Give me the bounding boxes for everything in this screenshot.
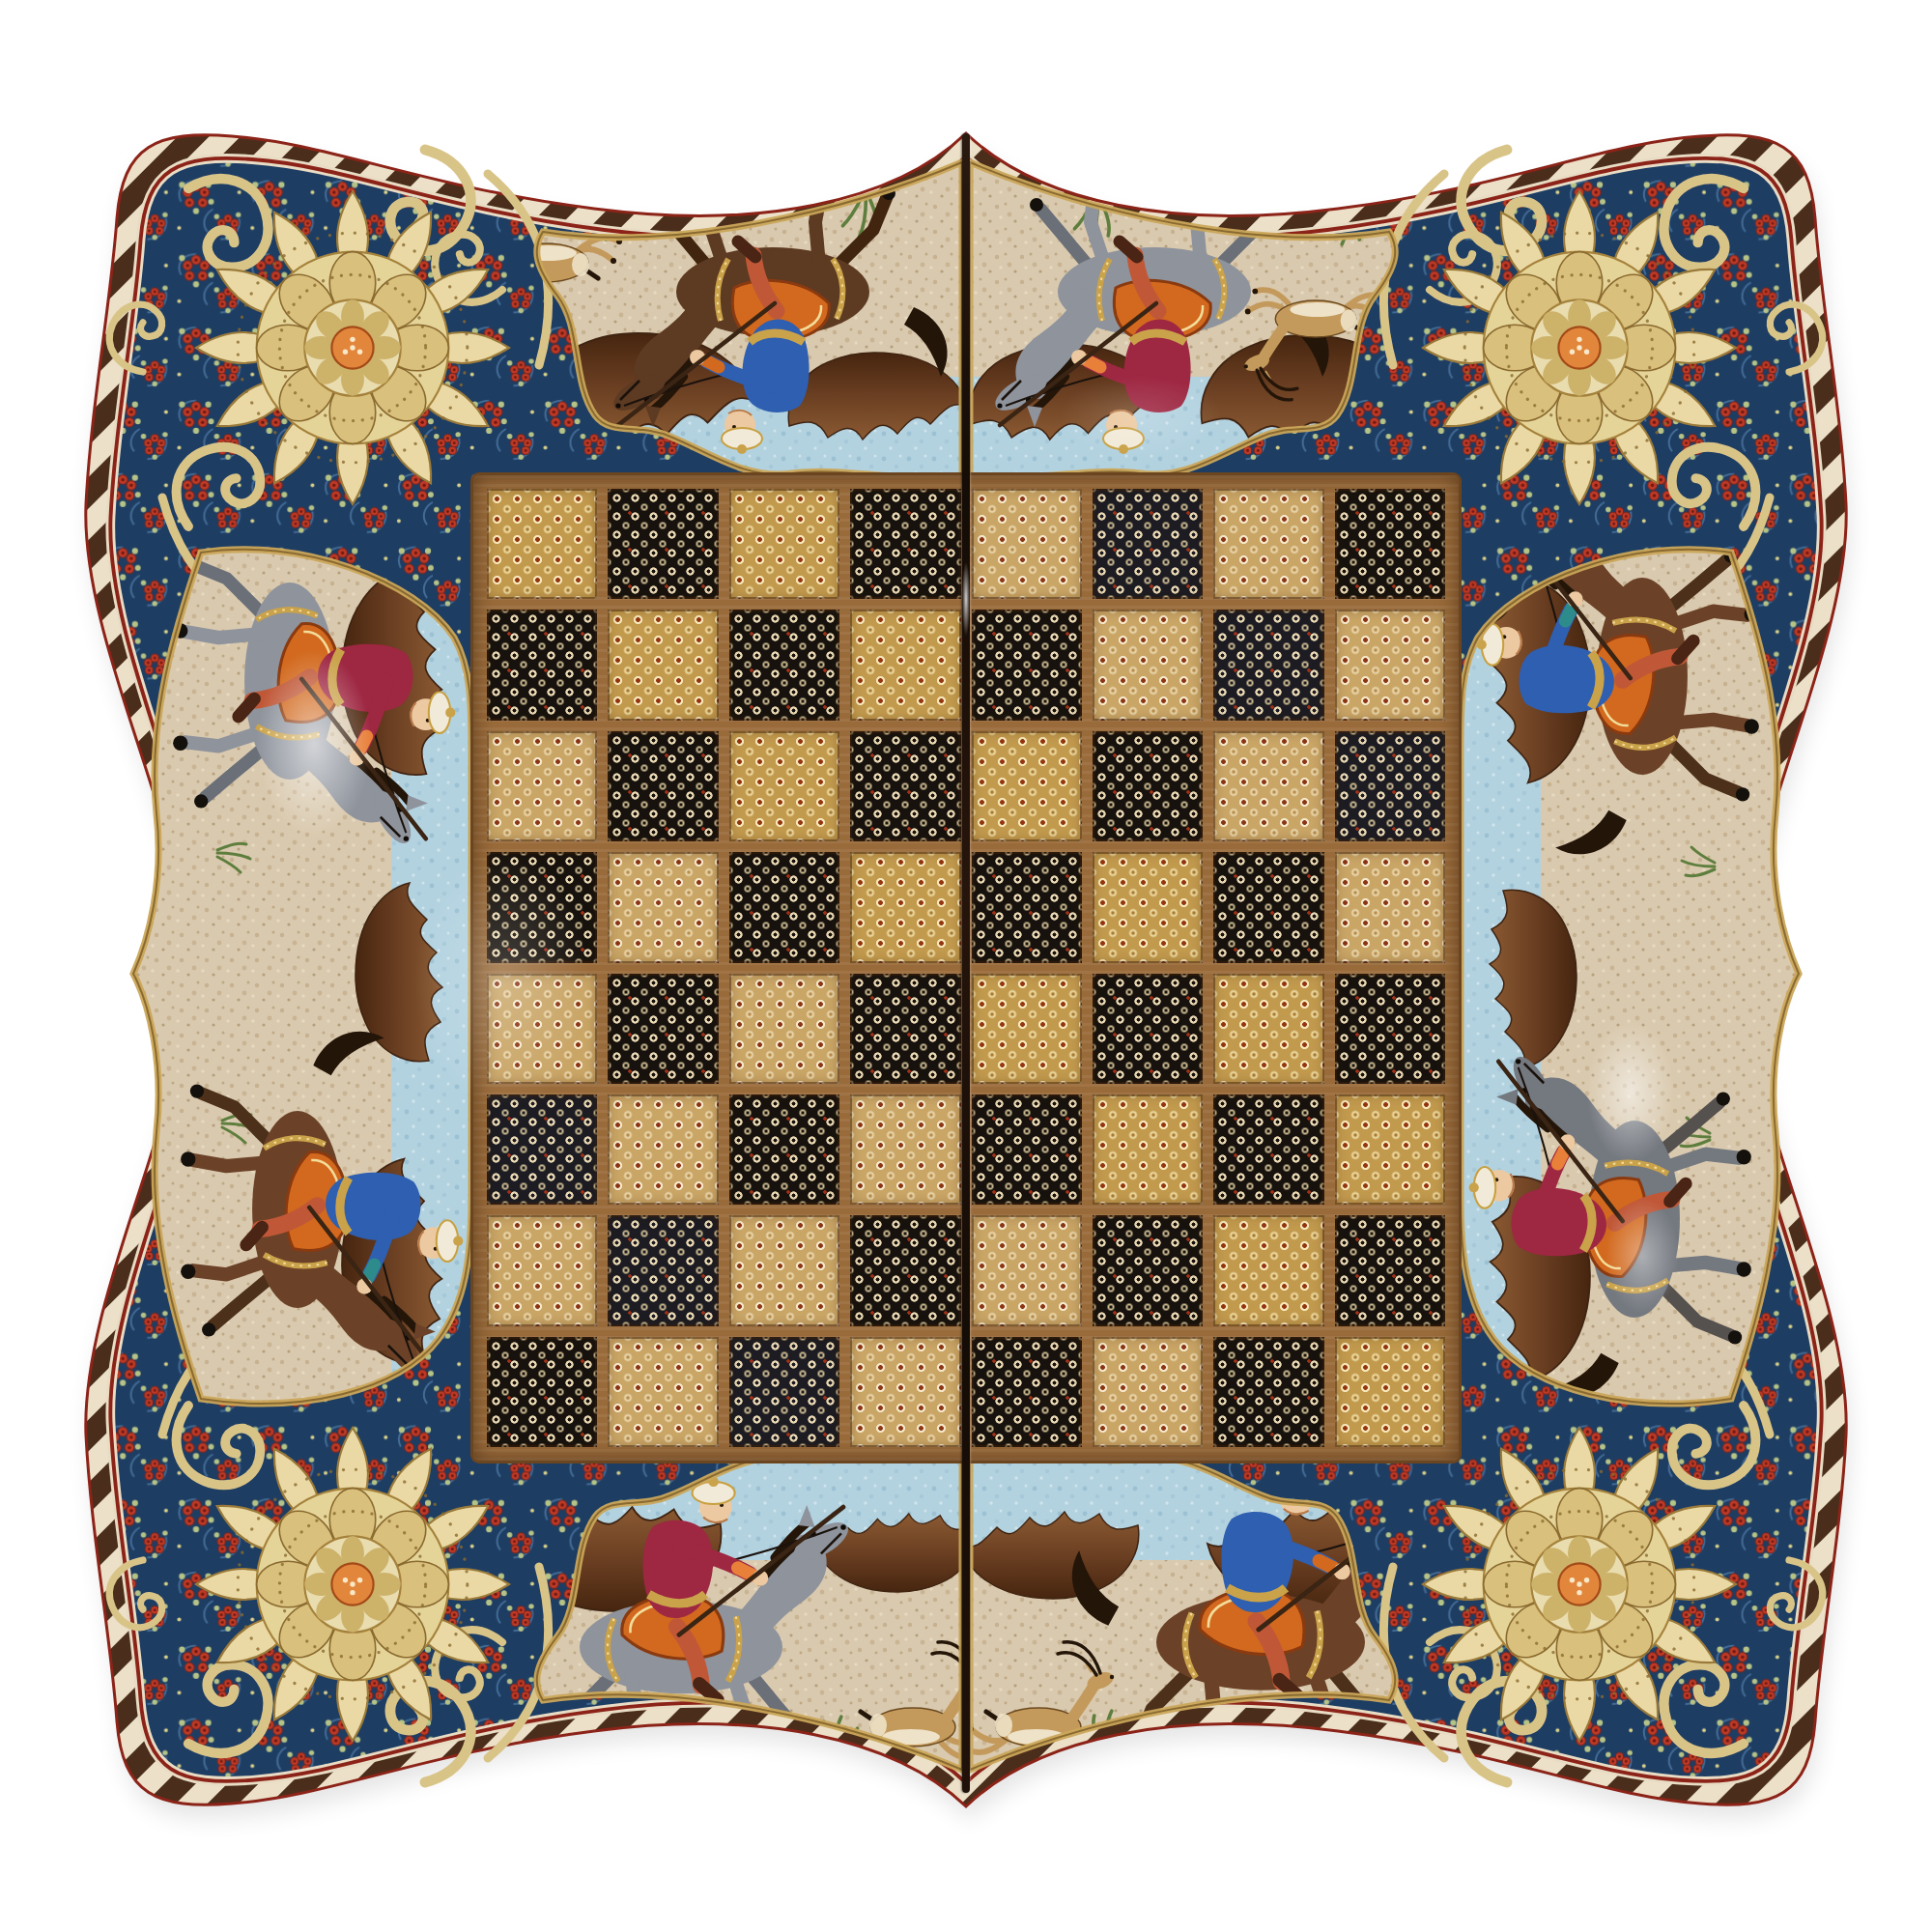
square-b4[interactable] (608, 974, 718, 1084)
square-b5[interactable] (608, 852, 718, 962)
square-f4[interactable] (1093, 974, 1203, 1084)
square-f6[interactable] (1093, 731, 1203, 841)
panel-left (133, 503, 473, 1410)
square-h5[interactable] (1335, 852, 1445, 962)
square-f1[interactable] (1093, 1337, 1203, 1447)
square-c2[interactable] (729, 1215, 839, 1325)
square-f7[interactable] (1093, 610, 1203, 720)
square-e5[interactable] (972, 852, 1082, 962)
square-g2[interactable] (1213, 1215, 1323, 1325)
square-c7[interactable] (729, 610, 839, 720)
fold-seam (962, 133, 970, 1793)
square-e7[interactable] (972, 610, 1082, 720)
square-d4[interactable] (850, 974, 960, 1084)
square-f2[interactable] (1093, 1215, 1203, 1325)
square-h3[interactable] (1335, 1094, 1445, 1205)
square-h6[interactable] (1335, 731, 1445, 841)
square-a1[interactable] (487, 1337, 597, 1447)
square-d3[interactable] (850, 1094, 960, 1205)
square-g8[interactable] (1213, 489, 1323, 599)
square-g5[interactable] (1213, 852, 1323, 962)
square-e2[interactable] (972, 1215, 1082, 1325)
square-h7[interactable] (1335, 610, 1445, 720)
square-b6[interactable] (608, 731, 718, 841)
square-c4[interactable] (729, 974, 839, 1084)
square-a8[interactable] (487, 489, 597, 599)
square-a2[interactable] (487, 1215, 597, 1325)
square-f5[interactable] (1093, 852, 1203, 962)
square-f3[interactable] (1093, 1094, 1203, 1205)
square-b7[interactable] (608, 610, 718, 720)
square-c1[interactable] (729, 1337, 839, 1447)
square-g1[interactable] (1213, 1337, 1323, 1447)
square-c8[interactable] (729, 489, 839, 599)
square-h8[interactable] (1335, 489, 1445, 599)
square-d1[interactable] (850, 1337, 960, 1447)
square-a5[interactable] (487, 852, 597, 962)
square-d5[interactable] (850, 852, 960, 962)
square-h4[interactable] (1335, 974, 1445, 1084)
square-a6[interactable] (487, 731, 597, 841)
square-a7[interactable] (487, 610, 597, 720)
panel-right (1459, 508, 1799, 1410)
square-b8[interactable] (608, 489, 718, 599)
square-b3[interactable] (608, 1094, 718, 1205)
square-g3[interactable] (1213, 1094, 1323, 1205)
square-a3[interactable] (487, 1094, 597, 1205)
square-a4[interactable] (487, 974, 597, 1084)
square-c3[interactable] (729, 1094, 839, 1205)
square-e8[interactable] (972, 489, 1082, 599)
square-e3[interactable] (972, 1094, 1082, 1205)
square-h2[interactable] (1335, 1215, 1445, 1325)
square-g4[interactable] (1213, 974, 1323, 1084)
khatam-chessboard-photo (0, 0, 1932, 1932)
square-d2[interactable] (850, 1215, 960, 1325)
square-c6[interactable] (729, 731, 839, 841)
square-e1[interactable] (972, 1337, 1082, 1447)
square-f8[interactable] (1093, 489, 1203, 599)
square-b1[interactable] (608, 1337, 718, 1447)
square-b2[interactable] (608, 1215, 718, 1325)
square-c5[interactable] (729, 852, 839, 962)
square-g7[interactable] (1213, 610, 1323, 720)
square-h1[interactable] (1335, 1337, 1445, 1447)
square-e4[interactable] (972, 974, 1082, 1084)
square-d8[interactable] (850, 489, 960, 599)
square-g6[interactable] (1213, 731, 1323, 841)
square-d6[interactable] (850, 731, 960, 841)
square-e6[interactable] (972, 731, 1082, 841)
square-d7[interactable] (850, 610, 960, 720)
